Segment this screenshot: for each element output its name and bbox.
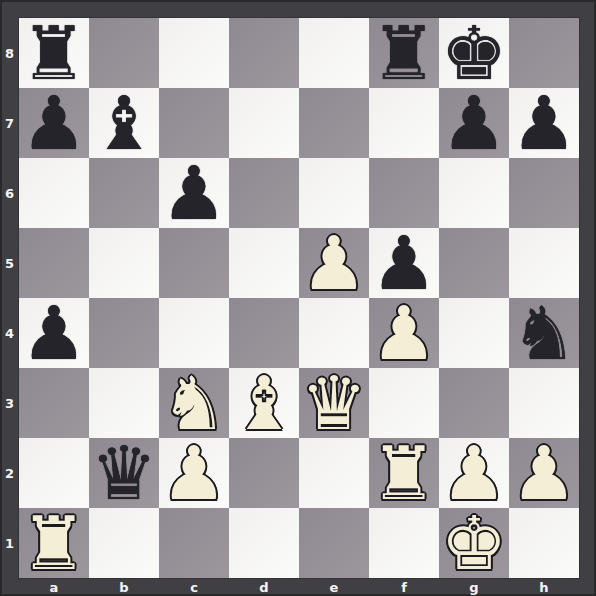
file-label-f: f: [369, 578, 439, 596]
rank-label-6: 6: [0, 158, 19, 228]
square-h2[interactable]: ♟: [509, 438, 579, 508]
square-c2[interactable]: ♟: [159, 438, 229, 508]
square-d7[interactable]: [229, 88, 299, 158]
square-b8[interactable]: [89, 18, 159, 88]
piece-black-rook[interactable]: ♜: [369, 18, 439, 88]
rank-label-8: 8: [0, 18, 19, 88]
piece-white-pawn[interactable]: ♟: [299, 228, 369, 298]
square-h3[interactable]: [509, 368, 579, 438]
square-e3[interactable]: ♛: [299, 368, 369, 438]
square-b4[interactable]: [89, 298, 159, 368]
piece-black-knight[interactable]: ♞: [509, 298, 579, 368]
square-d2[interactable]: [229, 438, 299, 508]
square-c1[interactable]: [159, 508, 229, 578]
rank-label-7: 7: [0, 88, 19, 158]
square-e2[interactable]: [299, 438, 369, 508]
square-h4[interactable]: ♞: [509, 298, 579, 368]
square-h5[interactable]: [509, 228, 579, 298]
square-f3[interactable]: [369, 368, 439, 438]
piece-black-pawn[interactable]: ♟: [19, 298, 89, 368]
square-g3[interactable]: [439, 368, 509, 438]
square-a5[interactable]: [19, 228, 89, 298]
square-c7[interactable]: [159, 88, 229, 158]
square-g5[interactable]: [439, 228, 509, 298]
square-b7[interactable]: ♝: [89, 88, 159, 158]
file-label-b: b: [89, 578, 159, 596]
square-c6[interactable]: ♟: [159, 158, 229, 228]
piece-white-knight[interactable]: ♞: [159, 368, 229, 438]
piece-black-king[interactable]: ♚: [439, 18, 509, 88]
square-g4[interactable]: [439, 298, 509, 368]
square-a3[interactable]: [19, 368, 89, 438]
piece-white-queen[interactable]: ♛: [299, 368, 369, 438]
square-b6[interactable]: [89, 158, 159, 228]
piece-black-bishop[interactable]: ♝: [89, 88, 159, 158]
square-f8[interactable]: ♜: [369, 18, 439, 88]
square-h1[interactable]: [509, 508, 579, 578]
square-a2[interactable]: [19, 438, 89, 508]
piece-black-pawn[interactable]: ♟: [19, 88, 89, 158]
piece-black-pawn[interactable]: ♟: [159, 158, 229, 228]
square-a6[interactable]: [19, 158, 89, 228]
chess-board-frame: ♜♜♚♟♝♟♟♟♟♟♟♟♞♞♝♛♛♟♜♟♟♜♚ 87654321abcdefgh: [0, 0, 596, 596]
square-e8[interactable]: [299, 18, 369, 88]
square-g1[interactable]: ♚: [439, 508, 509, 578]
square-f7[interactable]: [369, 88, 439, 158]
square-e5[interactable]: ♟: [299, 228, 369, 298]
square-h6[interactable]: [509, 158, 579, 228]
piece-black-queen[interactable]: ♛: [89, 438, 159, 508]
square-b5[interactable]: [89, 228, 159, 298]
square-d3[interactable]: ♝: [229, 368, 299, 438]
square-b2[interactable]: ♛: [89, 438, 159, 508]
piece-white-pawn[interactable]: ♟: [159, 438, 229, 508]
square-d6[interactable]: [229, 158, 299, 228]
square-e6[interactable]: [299, 158, 369, 228]
piece-white-bishop[interactable]: ♝: [229, 368, 299, 438]
square-a1[interactable]: ♜: [19, 508, 89, 578]
square-g6[interactable]: [439, 158, 509, 228]
square-g7[interactable]: ♟: [439, 88, 509, 158]
rank-label-1: 1: [0, 508, 19, 578]
square-h7[interactable]: ♟: [509, 88, 579, 158]
square-f6[interactable]: [369, 158, 439, 228]
square-a4[interactable]: ♟: [19, 298, 89, 368]
chess-board: ♜♜♚♟♝♟♟♟♟♟♟♟♞♞♝♛♛♟♜♟♟♜♚: [19, 18, 579, 578]
square-c8[interactable]: [159, 18, 229, 88]
rank-label-3: 3: [0, 368, 19, 438]
square-f2[interactable]: ♜: [369, 438, 439, 508]
file-label-c: c: [159, 578, 229, 596]
square-d5[interactable]: [229, 228, 299, 298]
piece-black-pawn[interactable]: ♟: [439, 88, 509, 158]
piece-black-rook[interactable]: ♜: [19, 18, 89, 88]
piece-white-pawn[interactable]: ♟: [369, 298, 439, 368]
file-label-a: a: [19, 578, 89, 596]
piece-white-rook[interactable]: ♜: [19, 508, 89, 578]
square-c4[interactable]: [159, 298, 229, 368]
square-e1[interactable]: [299, 508, 369, 578]
square-e7[interactable]: [299, 88, 369, 158]
square-b3[interactable]: [89, 368, 159, 438]
piece-white-pawn[interactable]: ♟: [509, 438, 579, 508]
piece-black-pawn[interactable]: ♟: [369, 228, 439, 298]
file-label-h: h: [509, 578, 579, 596]
square-b1[interactable]: [89, 508, 159, 578]
square-a7[interactable]: ♟: [19, 88, 89, 158]
square-f5[interactable]: ♟: [369, 228, 439, 298]
square-h8[interactable]: [509, 18, 579, 88]
file-label-g: g: [439, 578, 509, 596]
square-d8[interactable]: [229, 18, 299, 88]
square-c3[interactable]: ♞: [159, 368, 229, 438]
file-label-d: d: [229, 578, 299, 596]
file-label-e: e: [299, 578, 369, 596]
piece-white-pawn[interactable]: ♟: [439, 438, 509, 508]
square-d1[interactable]: [229, 508, 299, 578]
piece-white-king[interactable]: ♚: [439, 508, 509, 578]
rank-label-2: 2: [0, 438, 19, 508]
piece-white-rook[interactable]: ♜: [369, 438, 439, 508]
rank-label-4: 4: [0, 298, 19, 368]
square-g8[interactable]: ♚: [439, 18, 509, 88]
square-f1[interactable]: [369, 508, 439, 578]
square-c5[interactable]: [159, 228, 229, 298]
rank-label-5: 5: [0, 228, 19, 298]
square-a8[interactable]: ♜: [19, 18, 89, 88]
square-g2[interactable]: ♟: [439, 438, 509, 508]
square-f4[interactable]: ♟: [369, 298, 439, 368]
square-d4[interactable]: [229, 298, 299, 368]
piece-black-pawn[interactable]: ♟: [509, 88, 579, 158]
square-e4[interactable]: [299, 298, 369, 368]
